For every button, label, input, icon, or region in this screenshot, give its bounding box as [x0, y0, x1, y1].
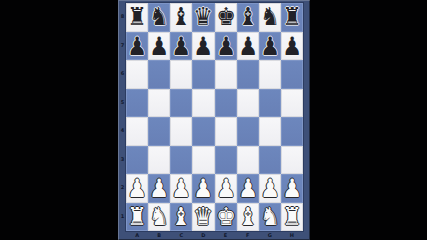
piece-black-king: ♚ — [215, 3, 237, 32]
square-a3[interactable] — [126, 146, 148, 175]
square-e7[interactable]: ♟ — [215, 32, 237, 61]
square-d1[interactable]: ♛ — [192, 203, 214, 232]
rank-label-3: 3 — [119, 157, 126, 162]
rank-label-2: 2 — [119, 185, 126, 190]
square-h8[interactable]: ♜ — [281, 3, 303, 32]
square-c7[interactable]: ♟ — [170, 32, 192, 61]
square-c5[interactable] — [170, 89, 192, 118]
piece-black-pawn: ♟ — [193, 32, 214, 61]
piece-black-rook: ♜ — [126, 3, 148, 32]
square-b8[interactable]: ♞ — [148, 3, 170, 32]
square-c3[interactable] — [170, 146, 192, 175]
square-b7[interactable]: ♟ — [148, 32, 170, 61]
square-c1[interactable]: ♝ — [170, 203, 192, 232]
square-d5[interactable] — [192, 89, 214, 118]
square-b1[interactable]: ♞ — [148, 203, 170, 232]
piece-white-queen: ♛ — [192, 203, 214, 232]
square-f8[interactable]: ♝ — [237, 3, 259, 32]
square-a1[interactable]: ♜ — [126, 203, 148, 232]
square-g4[interactable] — [259, 117, 281, 146]
rank-label-1: 1 — [119, 214, 126, 219]
square-d6[interactable] — [192, 60, 214, 89]
file-label-b: B — [148, 232, 170, 239]
square-f7[interactable]: ♟ — [237, 32, 259, 61]
file-labels: ABCDEFGH — [126, 232, 303, 239]
piece-black-pawn: ♟ — [259, 32, 280, 61]
piece-black-pawn: ♟ — [237, 32, 258, 61]
square-c2[interactable]: ♟ — [170, 174, 192, 203]
square-g2[interactable]: ♟ — [259, 174, 281, 203]
square-a7[interactable]: ♟ — [126, 32, 148, 61]
rank-label-6: 6 — [119, 71, 126, 76]
square-e4[interactable] — [215, 117, 237, 146]
square-c6[interactable] — [170, 60, 192, 89]
square-a8[interactable]: ♜ — [126, 3, 148, 32]
square-f2[interactable]: ♟ — [237, 174, 259, 203]
piece-white-pawn: ♟ — [193, 174, 214, 203]
piece-black-pawn: ♟ — [126, 32, 147, 61]
square-e3[interactable] — [215, 146, 237, 175]
piece-white-pawn: ♟ — [171, 174, 192, 203]
square-g7[interactable]: ♟ — [259, 32, 281, 61]
square-h5[interactable] — [281, 89, 303, 118]
piece-white-knight: ♞ — [259, 203, 281, 232]
square-a2[interactable]: ♟ — [126, 174, 148, 203]
square-b6[interactable] — [148, 60, 170, 89]
square-e5[interactable] — [215, 89, 237, 118]
square-g6[interactable] — [259, 60, 281, 89]
piece-black-pawn: ♟ — [171, 32, 192, 61]
piece-black-bishop: ♝ — [170, 3, 192, 32]
piece-white-bishop: ♝ — [237, 203, 259, 232]
square-b2[interactable]: ♟ — [148, 174, 170, 203]
rank-label-5: 5 — [119, 100, 126, 105]
square-d2[interactable]: ♟ — [192, 174, 214, 203]
square-b3[interactable] — [148, 146, 170, 175]
piece-black-rook: ♜ — [281, 3, 303, 32]
square-b5[interactable] — [148, 89, 170, 118]
square-f1[interactable]: ♝ — [237, 203, 259, 232]
square-a6[interactable] — [126, 60, 148, 89]
square-e2[interactable]: ♟ — [215, 174, 237, 203]
piece-white-pawn: ♟ — [126, 174, 147, 203]
piece-black-queen: ♛ — [192, 3, 214, 32]
square-h3[interactable] — [281, 146, 303, 175]
square-g3[interactable] — [259, 146, 281, 175]
square-f5[interactable] — [237, 89, 259, 118]
file-label-f: F — [237, 232, 259, 239]
piece-black-knight: ♞ — [259, 3, 281, 32]
screenshot-background: ♜♞♝♛♚♝♞♜♟♟♟♟♟♟♟♟♟♟♟♟♟♟♟♟♜♞♝♛♚♝♞♜ 8765432… — [0, 0, 427, 240]
piece-black-pawn: ♟ — [215, 32, 236, 61]
square-g5[interactable] — [259, 89, 281, 118]
piece-black-pawn: ♟ — [149, 32, 170, 61]
piece-black-pawn: ♟ — [281, 32, 302, 61]
square-h2[interactable]: ♟ — [281, 174, 303, 203]
square-d8[interactable]: ♛ — [192, 3, 214, 32]
square-e1[interactable]: ♚ — [215, 203, 237, 232]
piece-white-pawn: ♟ — [237, 174, 258, 203]
square-h1[interactable]: ♜ — [281, 203, 303, 232]
piece-white-rook: ♜ — [126, 203, 148, 232]
file-label-h: H — [281, 232, 303, 239]
piece-black-knight: ♞ — [148, 3, 170, 32]
square-h6[interactable] — [281, 60, 303, 89]
square-f6[interactable] — [237, 60, 259, 89]
square-a4[interactable] — [126, 117, 148, 146]
square-f4[interactable] — [237, 117, 259, 146]
rank-label-4: 4 — [119, 128, 126, 133]
chess-board: ♜♞♝♛♚♝♞♜♟♟♟♟♟♟♟♟♟♟♟♟♟♟♟♟♜♞♝♛♚♝♞♜ — [126, 3, 303, 231]
square-b4[interactable] — [148, 117, 170, 146]
rank-label-7: 7 — [119, 43, 126, 48]
chess-board-frame: ♜♞♝♛♚♝♞♜♟♟♟♟♟♟♟♟♟♟♟♟♟♟♟♟♜♞♝♛♚♝♞♜ 8765432… — [118, 0, 310, 240]
square-c4[interactable] — [170, 117, 192, 146]
square-g8[interactable]: ♞ — [259, 3, 281, 32]
square-d4[interactable] — [192, 117, 214, 146]
piece-white-pawn: ♟ — [149, 174, 170, 203]
piece-black-bishop: ♝ — [237, 3, 259, 32]
piece-white-rook: ♜ — [281, 203, 303, 232]
rank-label-8: 8 — [119, 14, 126, 19]
piece-white-pawn: ♟ — [259, 174, 280, 203]
square-h4[interactable] — [281, 117, 303, 146]
file-label-d: D — [192, 232, 214, 239]
square-h7[interactable]: ♟ — [281, 32, 303, 61]
square-e6[interactable] — [215, 60, 237, 89]
piece-white-bishop: ♝ — [170, 203, 192, 232]
file-label-a: A — [126, 232, 148, 239]
file-label-e: E — [215, 232, 237, 239]
square-c8[interactable]: ♝ — [170, 3, 192, 32]
piece-white-king: ♚ — [215, 203, 237, 232]
square-a5[interactable] — [126, 89, 148, 118]
piece-white-knight: ♞ — [148, 203, 170, 232]
square-g1[interactable]: ♞ — [259, 203, 281, 232]
file-label-g: G — [259, 232, 281, 239]
square-d7[interactable]: ♟ — [192, 32, 214, 61]
square-e8[interactable]: ♚ — [215, 3, 237, 32]
piece-white-pawn: ♟ — [215, 174, 236, 203]
square-f3[interactable] — [237, 146, 259, 175]
piece-white-pawn: ♟ — [281, 174, 302, 203]
square-d3[interactable] — [192, 146, 214, 175]
file-label-c: C — [170, 232, 192, 239]
